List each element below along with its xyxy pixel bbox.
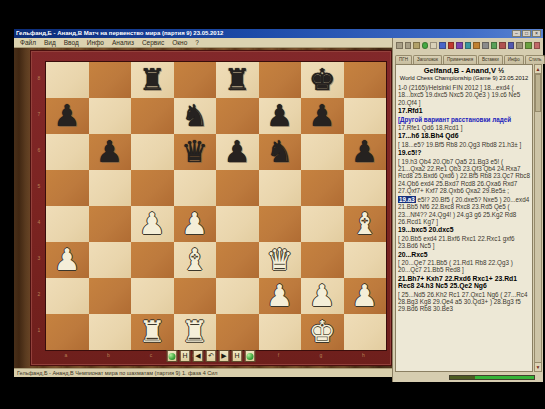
notation-panel: ПГНЗаголовокПримечанияВставкиИнфоСтильНа… [392, 38, 543, 382]
square-h1[interactable] [344, 314, 387, 350]
close-button[interactable]: × [532, 30, 541, 37]
white-queen-f3[interactable]: ♛ [266, 243, 293, 277]
rank-label-4: 4 [35, 219, 43, 225]
white-pawn-a3[interactable]: ♟ [54, 243, 81, 277]
scroll-up-icon[interactable]: ▲ [535, 65, 541, 74]
square-g6[interactable] [301, 134, 344, 170]
square-e3[interactable] [216, 242, 259, 278]
move-text[interactable]: [ 18...e5? 19.Bf5 Rb8 20.Qg3 Rbd8 21.h3±… [398, 141, 521, 148]
first-move-button[interactable]: H [180, 350, 191, 362]
last-move-button[interactable]: H [232, 350, 243, 362]
save-icon[interactable] [473, 42, 480, 49]
black-rook-c8[interactable]: ♜ [139, 63, 166, 97]
square-d4[interactable]: ♟ [174, 206, 217, 242]
file-label-f: f [274, 352, 284, 358]
square-e5[interactable] [216, 170, 259, 206]
menu-item-Сервис[interactable]: Сервис [142, 38, 164, 48]
analysis-progress-bar [449, 375, 535, 380]
tab-4[interactable]: Вставки [478, 55, 503, 64]
notation-line-15: [ 25...Nd5 26.Kh2 Rc1 27.Qxc1 Ng6 ( 27..… [398, 291, 530, 313]
menu-item-help[interactable]: ? [195, 38, 199, 48]
white-pawn-f2[interactable]: ♟ [266, 279, 293, 313]
tab-6[interactable]: Стиль [525, 55, 545, 64]
square-d5[interactable] [174, 170, 217, 206]
square-b5[interactable] [89, 170, 132, 206]
flag-icon[interactable] [499, 42, 506, 49]
black-knight-f6[interactable]: ♞ [266, 135, 293, 169]
takeback-button[interactable]: ↶ [206, 350, 217, 362]
rank-label-6: 6 [35, 147, 43, 153]
move-text[interactable]: [ 20...Qe7 21.Bb5 ( 21.Rd1 Rb8 22.Qg3 ) … [398, 259, 513, 273]
notation-line-5: 17...h6 18.Bh4 Qd6 [398, 132, 530, 139]
black-rook-e8[interactable]: ♜ [224, 63, 251, 97]
notation-line-2: 17.Rfd1 [398, 107, 530, 114]
square-h6[interactable]: ♟ [344, 134, 387, 170]
square-c2[interactable] [131, 278, 174, 314]
square-e2[interactable] [216, 278, 259, 314]
square-b7[interactable] [89, 98, 132, 134]
square-d1[interactable]: ♜ [174, 314, 217, 350]
move-text[interactable]: e5!? 20.Bf5 ( 20.dxe5? Nxe5 ) 20...exd4 … [398, 196, 529, 225]
notation-line-12: 20...Rxc5 [398, 251, 530, 258]
board-frame: ♜♜♚♟♞♟♟♟♛♟♞♟♟♟♝♟♝♛♟♟♟♜♜♚ 87654321 abcdef… [30, 50, 392, 366]
square-b3[interactable] [89, 242, 132, 278]
square-d2[interactable] [174, 278, 217, 314]
square-f7[interactable]: ♟ [259, 98, 302, 134]
record-icon[interactable] [422, 42, 429, 49]
square-h2[interactable]: ♟ [344, 278, 387, 314]
autoplay-back-button[interactable] [167, 350, 178, 362]
rank-label-3: 3 [35, 255, 43, 261]
move-text[interactable]: [ 20.Bb5 exd4 21.Bxf6 Rxc1 22.Rxc1 gxf6 … [398, 235, 515, 249]
notation-line-6: [ 18...e5? 19.Bf5 Rb8 20.Qg3 Rbd8 21.h3±… [398, 141, 530, 148]
rank-label-1: 1 [35, 327, 43, 333]
square-g8[interactable]: ♚ [301, 62, 344, 98]
tree-icon[interactable] [439, 42, 446, 49]
current-move[interactable]: 19.a3 [398, 196, 416, 203]
white-pawn-d4[interactable]: ♟ [181, 207, 208, 241]
game-players: Gelfand,B - Anand,V ½ [398, 66, 530, 75]
wood-background: ♜♜♚♟♞♟♟♟♛♟♞♟♟♟♝♟♝♛♟♟♟♜♜♚ 87654321 abcdef… [14, 48, 392, 368]
square-f1[interactable] [259, 314, 302, 350]
maximize-button[interactable]: □ [522, 30, 531, 37]
move-text[interactable]: 20...Rxc5 [398, 251, 427, 258]
notation-line-7: 19.c5!? [398, 149, 530, 156]
white-pawn-g2[interactable]: ♟ [309, 279, 336, 313]
board[interactable]: ♜♜♚♟♞♟♟♟♛♟♞♟♟♟♝♟♝♛♟♟♟♜♜♚ [45, 61, 387, 351]
menu-bar: ФайлВидВводИнфоАнализСервисОкно? [14, 38, 392, 48]
notation-line-9: 19.a3 e5!? 20.Bf5 ( 20.dxe5? Nxe5 ) 20..… [398, 196, 530, 226]
square-g4[interactable] [301, 206, 344, 242]
search-icon[interactable] [491, 42, 498, 49]
black-king-g8[interactable]: ♚ [309, 63, 336, 97]
help-icon[interactable] [534, 42, 541, 49]
engine-icon[interactable] [456, 42, 463, 49]
square-c7[interactable] [131, 98, 174, 134]
move-text[interactable]: 19.c5!? [398, 149, 421, 156]
square-f5[interactable] [259, 170, 302, 206]
board-icon[interactable] [430, 42, 437, 49]
move-text[interactable]: 1-0 (2165)/Helsinki FIN 2012 ] 18...exd4… [398, 84, 520, 106]
move-text[interactable]: 21.Bh7+ Kxh7 22.Rxd6 Rxc1+ 23.Rd1 Rec8 2… [398, 275, 517, 289]
panel-toolbar [393, 38, 543, 53]
move-text[interactable]: 17.Rfe1 Qd6 18.Rcd1 ] [398, 124, 462, 131]
menu-item-Инфо[interactable]: Инфо [87, 38, 104, 48]
plus-icon[interactable] [413, 42, 420, 49]
notation-line-1: 1-0 (2165)/Helsinki FIN 2012 ] 18...exd4… [398, 84, 530, 106]
green-orb-icon [169, 353, 176, 360]
menu-item-Анализ[interactable]: Анализ [112, 38, 134, 48]
square-g5[interactable] [301, 170, 344, 206]
square-a2[interactable] [46, 278, 89, 314]
move-text[interactable]: [ 19.h3 Qb4 20.Qb7 Qa5 21.Bg3 e5! ( 21..… [398, 158, 530, 195]
screen: Гельфанд,Б - Ананд,В Матч на первенство … [0, 0, 545, 409]
square-b6[interactable]: ♟ [89, 134, 132, 170]
square-h7[interactable] [344, 98, 387, 134]
square-h4[interactable]: ♝ [344, 206, 387, 242]
progress-remaining [475, 376, 534, 379]
notation-line-11: [ 20.Bb5 exd4 21.Bxf6 Rxc1 22.Rxc1 gxf6 … [398, 235, 530, 250]
white-pawn-h2[interactable]: ♟ [351, 279, 378, 313]
rank-label-5: 5 [35, 183, 43, 189]
square-g1[interactable]: ♚ [301, 314, 344, 350]
square-e7[interactable] [216, 98, 259, 134]
clock-icon[interactable] [465, 42, 472, 49]
notation-line-8: [ 19.h3 Qb4 20.Qb7 Qa5 21.Bg3 e5! ( 21..… [398, 158, 530, 195]
file-label-g: g [316, 352, 326, 358]
black-pawn-g7[interactable]: ♟ [309, 99, 336, 133]
white-pawn-c4[interactable]: ♟ [139, 207, 166, 241]
square-g7[interactable]: ♟ [301, 98, 344, 134]
white-bishop-h4[interactable]: ♝ [351, 207, 378, 241]
move-text[interactable]: [Другой вариант расстановки ладей [398, 116, 511, 123]
rank-label-7: 7 [35, 111, 43, 117]
game-event: World Chess Championship (Game 9) 23.05.… [398, 75, 530, 82]
square-a4[interactable] [46, 206, 89, 242]
square-e4[interactable] [216, 206, 259, 242]
tab-2[interactable]: Заголовок [413, 55, 442, 64]
square-g2[interactable]: ♟ [301, 278, 344, 314]
tab-3[interactable]: Примечания [443, 55, 477, 64]
square-b4[interactable] [89, 206, 132, 242]
check-icon[interactable] [525, 42, 532, 49]
notation-line-3: [Другой вариант расстановки ладей [398, 116, 530, 123]
notation-line-13: [ 20...Qe7 21.Bb5 ( 21.Rd1 Rb8 22.Qg3 ) … [398, 259, 530, 274]
info-icon[interactable] [508, 42, 515, 49]
square-c5[interactable] [131, 170, 174, 206]
green-orb-icon [247, 353, 254, 360]
square-c1[interactable]: ♜ [131, 314, 174, 350]
back-icon[interactable] [396, 42, 403, 49]
tab-5[interactable]: Инфо [504, 55, 524, 64]
progress-done [450, 376, 475, 379]
square-h5[interactable] [344, 170, 387, 206]
minimize-button[interactable]: – [512, 30, 521, 37]
notation-line-10: 19...bxc5 20.dxc5 [398, 226, 530, 233]
black-pawn-h6[interactable]: ♟ [351, 135, 378, 169]
square-b8[interactable] [89, 62, 132, 98]
square-a7[interactable]: ♟ [46, 98, 89, 134]
square-f6[interactable]: ♞ [259, 134, 302, 170]
autoplay-forward-button[interactable] [245, 350, 256, 362]
scroll-thumb[interactable] [535, 74, 541, 112]
square-c8[interactable]: ♜ [131, 62, 174, 98]
square-d6[interactable]: ♛ [174, 134, 217, 170]
white-king-g1[interactable]: ♚ [309, 315, 336, 349]
print-icon[interactable] [482, 42, 489, 49]
notation-area[interactable]: Gelfand,B - Anand,V ½ World Chess Champi… [395, 64, 533, 372]
black-queen-d6[interactable]: ♛ [181, 135, 208, 169]
black-pawn-f7[interactable]: ♟ [266, 99, 293, 133]
notation-body: 1-0 (2165)/Helsinki FIN 2012 ] 18...exd4… [398, 84, 530, 313]
square-h3[interactable] [344, 242, 387, 278]
black-pawn-a7[interactable]: ♟ [54, 99, 81, 133]
black-pawn-e6[interactable]: ♟ [224, 135, 251, 169]
file-label-a: a [61, 352, 71, 358]
prev-move-button[interactable]: ◀ [193, 350, 204, 362]
square-e6[interactable]: ♟ [216, 134, 259, 170]
status-bar: Гельфанд,Б - Ананд,В Чемпионат мира по ш… [14, 368, 392, 377]
square-c3[interactable] [131, 242, 174, 278]
black-knight-d7[interactable]: ♞ [181, 99, 208, 133]
app-window: Гельфанд,Б - Ананд,В Матч на первенство … [14, 29, 543, 382]
rank-label-8: 8 [35, 75, 43, 81]
move-text[interactable]: 17.Rfd1 [398, 107, 423, 114]
move-navigation: H◀↶▶H [167, 350, 256, 362]
square-f4[interactable] [259, 206, 302, 242]
move-text[interactable]: 17...h6 18.Bh4 Qd6 [398, 132, 458, 139]
forward-icon[interactable] [405, 42, 412, 49]
white-bishop-d3[interactable]: ♝ [181, 243, 208, 277]
panel-tabs: ПГНЗаголовокПримечанияВставкиИнфоСтильНа… [393, 53, 543, 64]
white-rook-d1[interactable]: ♜ [181, 315, 208, 349]
status-text: Гельфанд,Б - Ананд,В Чемпионат мира по ш… [17, 370, 218, 376]
square-b1[interactable] [89, 314, 132, 350]
book-icon[interactable] [448, 42, 455, 49]
white-rook-c1[interactable]: ♜ [139, 315, 166, 349]
black-pawn-b6[interactable]: ♟ [96, 135, 123, 169]
square-a3[interactable]: ♟ [46, 242, 89, 278]
scrollbar[interactable]: ▲ ▼ [534, 64, 542, 372]
square-b2[interactable] [89, 278, 132, 314]
menu-item-Вид[interactable]: Вид [44, 38, 56, 48]
square-d7[interactable]: ♞ [174, 98, 217, 134]
menu-item-Окно[interactable]: Окно [172, 38, 187, 48]
note-icon[interactable] [516, 42, 523, 49]
square-f8[interactable] [259, 62, 302, 98]
menu-item-Ввод[interactable]: Ввод [64, 38, 79, 48]
move-text[interactable]: [ 25...Nd5 26.Kh2 Rc1 27.Qxc1 Ng6 ( 27..… [398, 291, 528, 313]
menu-item-Файл[interactable]: Файл [20, 38, 36, 48]
tab-1[interactable]: ПГН [395, 55, 412, 64]
square-d3[interactable]: ♝ [174, 242, 217, 278]
square-e1[interactable] [216, 314, 259, 350]
square-e8[interactable]: ♜ [216, 62, 259, 98]
square-a5[interactable] [46, 170, 89, 206]
file-label-c: c [146, 352, 156, 358]
square-c4[interactable]: ♟ [131, 206, 174, 242]
next-move-button[interactable]: ▶ [219, 350, 230, 362]
file-label-b: b [104, 352, 114, 358]
square-f2[interactable]: ♟ [259, 278, 302, 314]
move-text[interactable]: 19...bxc5 20.dxc5 [398, 226, 454, 233]
square-a1[interactable] [46, 314, 89, 350]
rank-label-2: 2 [35, 291, 43, 297]
file-label-h: h [359, 352, 369, 358]
notation-line-4: 17.Rfe1 Qd6 18.Rcd1 ] [398, 124, 530, 131]
notation-line-14: 21.Bh7+ Kxh7 22.Rxd6 Rxc1+ 23.Rd1 Rec8 2… [398, 275, 530, 290]
square-f3[interactable]: ♛ [259, 242, 302, 278]
square-d8[interactable] [174, 62, 217, 98]
square-g3[interactable] [301, 242, 344, 278]
square-h8[interactable] [344, 62, 387, 98]
square-a8[interactable] [46, 62, 89, 98]
square-a6[interactable] [46, 134, 89, 170]
scroll-down-icon[interactable]: ▼ [535, 362, 541, 371]
square-c6[interactable] [131, 134, 174, 170]
